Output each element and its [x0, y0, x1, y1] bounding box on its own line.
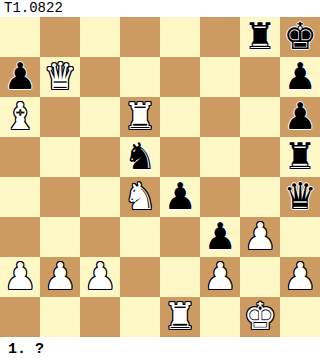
square-b5[interactable]	[40, 137, 80, 177]
square-e5[interactable]	[160, 137, 200, 177]
square-b6[interactable]	[40, 97, 80, 137]
square-a8[interactable]	[0, 17, 40, 57]
piece-white-bishop: ♝	[3, 97, 36, 137]
piece-black-pawn: ♟	[163, 177, 196, 217]
square-a3[interactable]	[0, 217, 40, 257]
square-d6[interactable]: ♜	[120, 97, 160, 137]
chess-board: ♜♚♟♛♟♝♜♟♞♜♞♟♛♟♟♟♟♟♟♟♜♚	[0, 17, 320, 337]
square-c4[interactable]	[80, 177, 120, 217]
square-e1[interactable]: ♜	[160, 297, 200, 337]
square-d2[interactable]	[120, 257, 160, 297]
piece-white-knight: ♞	[123, 177, 156, 217]
square-f6[interactable]	[200, 97, 240, 137]
square-g2[interactable]	[240, 257, 280, 297]
square-e7[interactable]	[160, 57, 200, 97]
piece-white-pawn: ♟	[283, 257, 316, 297]
square-f5[interactable]	[200, 137, 240, 177]
square-g3[interactable]: ♟	[240, 217, 280, 257]
square-e6[interactable]	[160, 97, 200, 137]
square-c2[interactable]: ♟	[80, 257, 120, 297]
piece-white-pawn: ♟	[43, 257, 76, 297]
square-b8[interactable]	[40, 17, 80, 57]
square-d8[interactable]	[120, 17, 160, 57]
square-e3[interactable]	[160, 217, 200, 257]
piece-white-pawn: ♟	[83, 257, 116, 297]
square-g4[interactable]	[240, 177, 280, 217]
square-h6[interactable]: ♟	[280, 97, 320, 137]
square-b2[interactable]: ♟	[40, 257, 80, 297]
square-b3[interactable]	[40, 217, 80, 257]
square-f8[interactable]	[200, 17, 240, 57]
square-g7[interactable]	[240, 57, 280, 97]
square-a7[interactable]: ♟	[0, 57, 40, 97]
square-e8[interactable]	[160, 17, 200, 57]
square-a2[interactable]: ♟	[0, 257, 40, 297]
square-c5[interactable]	[80, 137, 120, 177]
square-f3[interactable]: ♟	[200, 217, 240, 257]
move-prompt: 1. ?	[0, 337, 320, 360]
square-h2[interactable]: ♟	[280, 257, 320, 297]
square-g8[interactable]: ♜	[240, 17, 280, 57]
piece-black-knight: ♞	[123, 137, 156, 177]
piece-black-pawn: ♟	[283, 57, 316, 97]
square-h8[interactable]: ♚	[280, 17, 320, 57]
square-g5[interactable]	[240, 137, 280, 177]
square-d1[interactable]	[120, 297, 160, 337]
piece-black-pawn: ♟	[3, 57, 36, 97]
piece-white-pawn: ♟	[203, 257, 236, 297]
square-a1[interactable]	[0, 297, 40, 337]
piece-white-pawn: ♟	[243, 217, 276, 257]
square-c1[interactable]	[80, 297, 120, 337]
square-g1[interactable]: ♚	[240, 297, 280, 337]
square-f1[interactable]	[200, 297, 240, 337]
square-f2[interactable]: ♟	[200, 257, 240, 297]
square-a5[interactable]	[0, 137, 40, 177]
square-h7[interactable]: ♟	[280, 57, 320, 97]
square-g6[interactable]	[240, 97, 280, 137]
square-c6[interactable]	[80, 97, 120, 137]
puzzle-title: T1.0822	[0, 0, 320, 17]
square-c3[interactable]	[80, 217, 120, 257]
piece-white-queen: ♛	[43, 57, 76, 97]
piece-black-pawn: ♟	[283, 97, 316, 137]
square-e4[interactable]: ♟	[160, 177, 200, 217]
piece-black-rook: ♜	[243, 17, 276, 57]
piece-black-king: ♚	[283, 17, 316, 57]
square-b1[interactable]	[40, 297, 80, 337]
piece-white-rook: ♜	[123, 97, 156, 137]
piece-white-king: ♚	[243, 297, 276, 337]
square-c8[interactable]	[80, 17, 120, 57]
square-d5[interactable]: ♞	[120, 137, 160, 177]
piece-black-queen: ♛	[283, 177, 316, 217]
square-a4[interactable]	[0, 177, 40, 217]
square-e2[interactable]	[160, 257, 200, 297]
square-d7[interactable]	[120, 57, 160, 97]
square-a6[interactable]: ♝	[0, 97, 40, 137]
square-b7[interactable]: ♛	[40, 57, 80, 97]
square-h3[interactable]	[280, 217, 320, 257]
square-f4[interactable]	[200, 177, 240, 217]
piece-black-rook: ♜	[283, 137, 316, 177]
piece-white-rook: ♜	[163, 297, 196, 337]
square-d4[interactable]: ♞	[120, 177, 160, 217]
square-h5[interactable]: ♜	[280, 137, 320, 177]
square-h1[interactable]	[280, 297, 320, 337]
piece-black-pawn: ♟	[203, 217, 236, 257]
piece-white-pawn: ♟	[3, 257, 36, 297]
square-h4[interactable]: ♛	[280, 177, 320, 217]
square-b4[interactable]	[40, 177, 80, 217]
square-c7[interactable]	[80, 57, 120, 97]
square-d3[interactable]	[120, 217, 160, 257]
square-f7[interactable]	[200, 57, 240, 97]
